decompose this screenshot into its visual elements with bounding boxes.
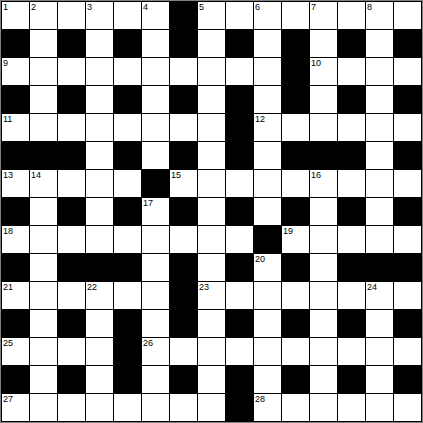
cell-r12c6[interactable]	[170, 338, 197, 365]
block-cell-r13c6	[170, 366, 197, 393]
block-cell-r2c10	[282, 58, 309, 85]
cell-r13c3[interactable]	[86, 366, 113, 393]
block-cell-r9c2	[58, 254, 85, 281]
cell-r12c7[interactable]	[198, 338, 225, 365]
cell-r10c11[interactable]	[310, 282, 337, 309]
block-cell-r11c8	[226, 310, 253, 337]
cell-r1c5[interactable]	[142, 30, 169, 57]
cell-r4c10[interactable]	[282, 114, 309, 141]
clue-number: 7	[311, 2, 316, 13]
cell-r8c4[interactable]	[114, 226, 141, 253]
block-cell-r3c14	[394, 86, 421, 113]
block-cell-r7c12	[338, 198, 365, 225]
cell-r10c4[interactable]	[114, 282, 141, 309]
cell-r4c9[interactable]: 12	[254, 114, 281, 141]
block-cell-r3c0	[2, 86, 29, 113]
cell-r8c3[interactable]	[86, 226, 113, 253]
cell-r2c4[interactable]	[114, 58, 141, 85]
cell-r0c4[interactable]	[114, 2, 141, 29]
cell-r12c2[interactable]	[58, 338, 85, 365]
block-cell-r11c4	[114, 310, 141, 337]
cell-r14c14[interactable]	[394, 394, 421, 421]
cell-r6c7[interactable]	[198, 170, 225, 197]
cell-r14c0[interactable]: 27	[2, 394, 29, 421]
block-cell-r13c12	[338, 366, 365, 393]
cell-r12c5[interactable]: 26	[142, 338, 169, 365]
cell-r0c0[interactable]: 1	[2, 2, 29, 29]
cell-r13c5[interactable]	[142, 366, 169, 393]
block-cell-r9c8	[226, 254, 253, 281]
block-cell-r9c3	[86, 254, 113, 281]
block-cell-r14c8	[226, 394, 253, 421]
cell-r0c3[interactable]: 3	[86, 2, 113, 29]
cell-r2c1[interactable]	[30, 58, 57, 85]
block-cell-r7c10	[282, 198, 309, 225]
block-cell-r3c2	[58, 86, 85, 113]
cell-r12c1[interactable]	[30, 338, 57, 365]
clue-number: 4	[143, 2, 148, 13]
cell-r2c12[interactable]	[338, 58, 365, 85]
cell-r14c13[interactable]	[366, 394, 393, 421]
clue-number: 24	[367, 282, 377, 293]
cell-r6c0[interactable]: 13	[2, 170, 29, 197]
cell-r4c1[interactable]	[30, 114, 57, 141]
block-cell-r11c14	[394, 310, 421, 337]
cell-r14c6[interactable]	[170, 394, 197, 421]
block-cell-r0c6	[170, 2, 197, 29]
cell-r13c13[interactable]	[366, 366, 393, 393]
cell-r4c5[interactable]	[142, 114, 169, 141]
clue-number: 2	[31, 2, 36, 13]
cell-r11c7[interactable]	[198, 310, 225, 337]
cell-r3c7[interactable]	[198, 86, 225, 113]
cell-r7c13[interactable]	[366, 198, 393, 225]
clue-number: 6	[255, 2, 260, 13]
clue-number: 5	[199, 2, 204, 13]
cell-r2c9[interactable]	[254, 58, 281, 85]
cell-r6c8[interactable]	[226, 170, 253, 197]
cell-r2c0[interactable]: 9	[2, 58, 29, 85]
clue-number: 13	[3, 170, 13, 181]
block-cell-r1c8	[226, 30, 253, 57]
block-cell-r1c0	[2, 30, 29, 57]
cell-r7c1[interactable]	[30, 198, 57, 225]
cell-r10c2[interactable]	[58, 282, 85, 309]
cell-r12c13[interactable]	[366, 338, 393, 365]
cell-r6c11[interactable]: 16	[310, 170, 337, 197]
cell-r14c1[interactable]	[30, 394, 57, 421]
cell-r3c13[interactable]	[366, 86, 393, 113]
clue-number: 27	[3, 394, 13, 405]
cell-r3c5[interactable]	[142, 86, 169, 113]
cell-r12c12[interactable]	[338, 338, 365, 365]
cell-r11c3[interactable]	[86, 310, 113, 337]
block-cell-r3c8	[226, 86, 253, 113]
crossword-board: 1234567891011121314151617181920212223242…	[0, 0, 423, 423]
cell-r12c11[interactable]	[310, 338, 337, 365]
block-cell-r13c4	[114, 366, 141, 393]
clue-number: 28	[255, 394, 265, 405]
block-cell-r9c0	[2, 254, 29, 281]
clue-number: 10	[311, 58, 321, 69]
block-cell-r13c0	[2, 366, 29, 393]
cell-r5c7[interactable]	[198, 142, 225, 169]
cell-r6c4[interactable]	[114, 170, 141, 197]
cell-r12c8[interactable]	[226, 338, 253, 365]
cell-r4c13[interactable]	[366, 114, 393, 141]
block-cell-r1c12	[338, 30, 365, 57]
cell-r1c9[interactable]	[254, 30, 281, 57]
clue-number: 1	[3, 2, 8, 13]
cell-r8c5[interactable]	[142, 226, 169, 253]
cell-r4c7[interactable]	[198, 114, 225, 141]
block-cell-r7c14	[394, 198, 421, 225]
cell-r5c13[interactable]	[366, 142, 393, 169]
cell-r2c7[interactable]	[198, 58, 225, 85]
cell-r14c5[interactable]	[142, 394, 169, 421]
cell-r12c9[interactable]	[254, 338, 281, 365]
block-cell-r1c6	[170, 30, 197, 57]
cell-r10c7[interactable]: 23	[198, 282, 225, 309]
cell-r11c9[interactable]	[254, 310, 281, 337]
cell-r5c5[interactable]	[142, 142, 169, 169]
block-cell-r8c9	[254, 226, 281, 253]
cell-r11c13[interactable]	[366, 310, 393, 337]
cell-r14c4[interactable]	[114, 394, 141, 421]
block-cell-r11c2	[58, 310, 85, 337]
cell-r0c9[interactable]: 6	[254, 2, 281, 29]
clue-number: 26	[143, 338, 153, 349]
clue-number: 9	[3, 58, 8, 69]
block-cell-r5c0	[2, 142, 29, 169]
cell-r11c1[interactable]	[30, 310, 57, 337]
cell-r14c3[interactable]	[86, 394, 113, 421]
cell-r9c1[interactable]	[30, 254, 57, 281]
block-cell-r12c4	[114, 338, 141, 365]
cell-r7c9[interactable]	[254, 198, 281, 225]
block-cell-r5c8	[226, 142, 253, 169]
cell-r10c8[interactable]	[226, 282, 253, 309]
block-cell-r9c14	[394, 254, 421, 281]
cell-r10c5[interactable]	[142, 282, 169, 309]
block-cell-r11c12	[338, 310, 365, 337]
cell-r7c5[interactable]: 17	[142, 198, 169, 225]
cell-r10c10[interactable]	[282, 282, 309, 309]
cell-r11c5[interactable]	[142, 310, 169, 337]
cell-r6c9[interactable]	[254, 170, 281, 197]
cell-r4c6[interactable]	[170, 114, 197, 141]
cell-r2c5[interactable]	[142, 58, 169, 85]
block-cell-r1c2	[58, 30, 85, 57]
cell-r0c14[interactable]	[394, 2, 421, 29]
cell-r8c8[interactable]	[226, 226, 253, 253]
clue-number: 8	[367, 2, 372, 13]
block-cell-r9c4	[114, 254, 141, 281]
cell-r8c1[interactable]	[30, 226, 57, 253]
cell-r5c3[interactable]	[86, 142, 113, 169]
cell-r6c14[interactable]	[394, 170, 421, 197]
cell-r6c3[interactable]	[86, 170, 113, 197]
cell-r14c9[interactable]: 28	[254, 394, 281, 421]
cell-r10c9[interactable]	[254, 282, 281, 309]
block-cell-r11c0	[2, 310, 29, 337]
block-cell-r13c10	[282, 366, 309, 393]
cell-r4c2[interactable]	[58, 114, 85, 141]
cell-r6c2[interactable]	[58, 170, 85, 197]
cell-r11c11[interactable]	[310, 310, 337, 337]
cell-r10c1[interactable]	[30, 282, 57, 309]
cell-r9c11[interactable]	[310, 254, 337, 281]
cell-r8c10[interactable]: 19	[282, 226, 309, 253]
cell-r8c7[interactable]	[198, 226, 225, 253]
block-cell-r7c2	[58, 198, 85, 225]
cell-r1c7[interactable]	[198, 30, 225, 57]
cell-r2c6[interactable]	[170, 58, 197, 85]
clue-number: 15	[171, 170, 181, 181]
clue-number: 20	[255, 254, 265, 265]
block-cell-r6c5	[142, 170, 169, 197]
cell-r8c0[interactable]: 18	[2, 226, 29, 253]
cell-r12c0[interactable]: 25	[2, 338, 29, 365]
block-cell-r13c14	[394, 366, 421, 393]
clue-number: 22	[87, 282, 97, 293]
cell-r3c1[interactable]	[30, 86, 57, 113]
cell-r10c12[interactable]	[338, 282, 365, 309]
block-cell-r5c4	[114, 142, 141, 169]
block-cell-r5c6	[170, 142, 197, 169]
cell-r7c3[interactable]	[86, 198, 113, 225]
cell-r2c3[interactable]	[86, 58, 113, 85]
block-cell-r13c8	[226, 366, 253, 393]
cell-r3c3[interactable]	[86, 86, 113, 113]
cell-r4c3[interactable]	[86, 114, 113, 141]
cell-r13c7[interactable]	[198, 366, 225, 393]
clue-number: 11	[3, 114, 12, 125]
cell-r4c0[interactable]: 11	[2, 114, 29, 141]
cell-r9c7[interactable]	[198, 254, 225, 281]
cell-r1c1[interactable]	[30, 30, 57, 57]
cell-r10c0[interactable]: 21	[2, 282, 29, 309]
block-cell-r11c10	[282, 310, 309, 337]
cell-r0c2[interactable]	[58, 2, 85, 29]
block-cell-r3c12	[338, 86, 365, 113]
cell-r3c9[interactable]	[254, 86, 281, 113]
cell-r6c10[interactable]	[282, 170, 309, 197]
clue-number: 12	[255, 114, 265, 125]
cell-r14c11[interactable]	[310, 394, 337, 421]
cell-r0c12[interactable]	[338, 2, 365, 29]
cell-r0c1[interactable]: 2	[30, 2, 57, 29]
cell-r2c11[interactable]: 10	[310, 58, 337, 85]
block-cell-r3c6	[170, 86, 197, 113]
cell-r8c2[interactable]	[58, 226, 85, 253]
clue-number: 14	[31, 170, 41, 181]
cell-r5c9[interactable]	[254, 142, 281, 169]
block-cell-r7c4	[114, 198, 141, 225]
cell-r13c1[interactable]	[30, 366, 57, 393]
cell-r6c12[interactable]	[338, 170, 365, 197]
cell-r10c13[interactable]: 24	[366, 282, 393, 309]
cell-r2c13[interactable]	[366, 58, 393, 85]
block-cell-r7c0	[2, 198, 29, 225]
cell-r0c10[interactable]	[282, 2, 309, 29]
cell-r4c12[interactable]	[338, 114, 365, 141]
block-cell-r4c8	[226, 114, 253, 141]
clue-number: 3	[87, 2, 92, 13]
block-cell-r13c2	[58, 366, 85, 393]
cell-r8c14[interactable]	[394, 226, 421, 253]
block-cell-r5c12	[338, 142, 365, 169]
cell-r14c7[interactable]	[198, 394, 225, 421]
cell-r8c11[interactable]	[310, 226, 337, 253]
cell-r12c3[interactable]	[86, 338, 113, 365]
block-cell-r10c6	[170, 282, 197, 309]
cell-r6c6[interactable]: 15	[170, 170, 197, 197]
cell-r12c10[interactable]	[282, 338, 309, 365]
cell-r2c2[interactable]	[58, 58, 85, 85]
cell-r2c14[interactable]	[394, 58, 421, 85]
cell-r0c11[interactable]: 7	[310, 2, 337, 29]
cell-r7c7[interactable]	[198, 198, 225, 225]
clue-number: 17	[143, 198, 153, 209]
block-cell-r5c1	[30, 142, 57, 169]
clue-number: 18	[3, 226, 13, 237]
block-cell-r9c10	[282, 254, 309, 281]
block-cell-r9c13	[366, 254, 393, 281]
cell-r9c9[interactable]: 20	[254, 254, 281, 281]
cell-r10c3[interactable]: 22	[86, 282, 113, 309]
clue-number: 21	[3, 282, 13, 293]
block-cell-r7c8	[226, 198, 253, 225]
cell-r9c5[interactable]	[142, 254, 169, 281]
cell-r7c11[interactable]	[310, 198, 337, 225]
cell-r1c3[interactable]	[86, 30, 113, 57]
block-cell-r1c4	[114, 30, 141, 57]
clue-number: 16	[311, 170, 321, 181]
cell-r14c2[interactable]	[58, 394, 85, 421]
clue-number: 23	[199, 282, 209, 293]
block-cell-r5c14	[394, 142, 421, 169]
block-cell-r9c6	[170, 254, 197, 281]
clue-number: 25	[3, 338, 13, 349]
block-cell-r3c10	[282, 86, 309, 113]
cell-r4c4[interactable]	[114, 114, 141, 141]
cell-r2c8[interactable]	[226, 58, 253, 85]
cell-r6c13[interactable]	[366, 170, 393, 197]
cell-r8c6[interactable]	[170, 226, 197, 253]
block-cell-r11c6	[170, 310, 197, 337]
cell-r4c14[interactable]	[394, 114, 421, 141]
block-cell-r3c4	[114, 86, 141, 113]
block-cell-r5c11	[310, 142, 337, 169]
block-cell-r5c10	[282, 142, 309, 169]
cell-r1c13[interactable]	[366, 30, 393, 57]
cell-r8c12[interactable]	[338, 226, 365, 253]
block-cell-r1c14	[394, 30, 421, 57]
cell-r3c11[interactable]	[310, 86, 337, 113]
block-cell-r9c12	[338, 254, 365, 281]
cell-r12c14[interactable]	[394, 338, 421, 365]
block-cell-r7c6	[170, 198, 197, 225]
cell-r0c8[interactable]	[226, 2, 253, 29]
clue-number: 19	[283, 226, 293, 237]
cell-r1c11[interactable]	[310, 30, 337, 57]
cell-r4c11[interactable]	[310, 114, 337, 141]
cell-r10c14[interactable]	[394, 282, 421, 309]
cell-r13c9[interactable]	[254, 366, 281, 393]
block-cell-r1c10	[282, 30, 309, 57]
cell-r13c11[interactable]	[310, 366, 337, 393]
cell-r0c7[interactable]: 5	[198, 2, 225, 29]
block-cell-r5c2	[58, 142, 85, 169]
cell-r14c12[interactable]	[338, 394, 365, 421]
cell-r14c10[interactable]	[282, 394, 309, 421]
cell-r0c5[interactable]: 4	[142, 2, 169, 29]
cell-r6c1[interactable]: 14	[30, 170, 57, 197]
cell-r8c13[interactable]	[366, 226, 393, 253]
cell-r0c13[interactable]: 8	[366, 2, 393, 29]
